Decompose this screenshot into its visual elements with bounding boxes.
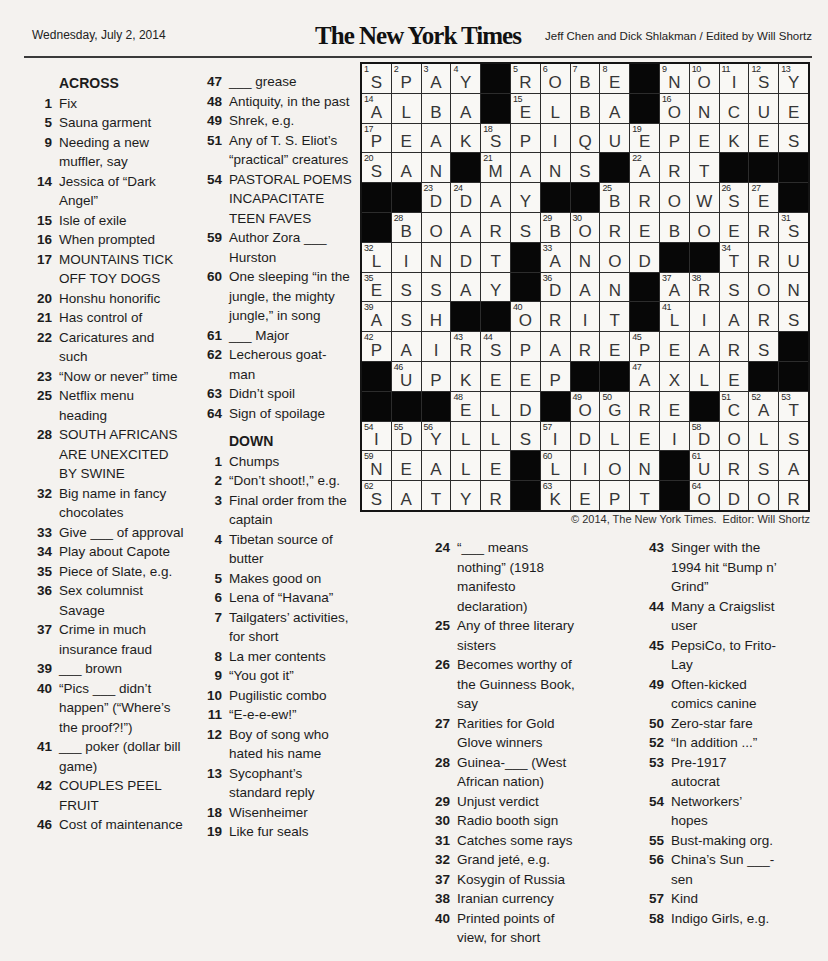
grid-cell[interactable]: E <box>481 362 510 391</box>
grid-cell[interactable]: P <box>541 362 570 391</box>
grid-cell[interactable]: K <box>451 362 480 391</box>
grid-cell[interactable]: E <box>481 451 510 480</box>
clue-number: 53 <box>640 753 671 773</box>
grid-cell[interactable]: B <box>660 213 689 242</box>
clue-text: “Now or never” time <box>59 367 184 387</box>
grid-cell[interactable]: 20S <box>362 153 391 182</box>
grid-cell[interactable]: S <box>779 302 808 331</box>
grid-cell[interactable]: N <box>779 273 808 302</box>
grid-cell[interactable]: B <box>422 94 451 123</box>
grid-cell[interactable]: 34T <box>720 243 749 272</box>
grid-cell[interactable]: T <box>481 243 510 272</box>
grid-cell[interactable]: N <box>422 153 451 182</box>
clue-down-52: 52“In addition ...” <box>640 733 779 753</box>
grid-cell[interactable]: 26S <box>720 183 749 212</box>
page-header: Wednesday, July 2, 2014 The New York Tim… <box>24 0 812 58</box>
cell-letter: R <box>630 192 659 211</box>
grid-cell[interactable]: 53T <box>779 392 808 421</box>
clue-down-58: 58Indigo Girls, e.g. <box>640 909 779 929</box>
cell-letter: T <box>481 252 510 271</box>
grid-cell[interactable]: L <box>690 362 719 391</box>
clue-down-2: 2“Don’t shoot!,” e.g. <box>198 471 352 491</box>
grid-cell[interactable]: W <box>690 183 719 212</box>
clue-number: 16 <box>28 230 59 250</box>
grid-cell[interactable]: 12S <box>749 64 778 93</box>
grid-cell[interactable]: 39A <box>362 302 391 331</box>
grid-cell[interactable]: D <box>571 422 600 451</box>
cell-letter: D <box>541 281 570 300</box>
cell-letter: U <box>779 252 808 271</box>
clue-across-32: 32Big name in fancy chocolates <box>28 484 184 523</box>
clue-text: “You got it” <box>229 666 352 686</box>
grid-cell[interactable]: 10O <box>690 64 719 93</box>
grid-cell[interactable]: N <box>690 94 719 123</box>
clue-number: 60 <box>198 267 229 287</box>
grid-cell[interactable]: R <box>600 213 629 242</box>
grid-cell[interactable]: D <box>630 243 659 272</box>
grid-cell[interactable]: E <box>392 451 421 480</box>
clue-text: Singer with the 1994 hit “Bump n’ Grind” <box>671 538 779 597</box>
cell-letter: Y <box>481 281 510 300</box>
cell-letter: I <box>541 430 570 449</box>
cell-letter: D <box>392 430 421 449</box>
grid-cell[interactable]: A <box>571 273 600 302</box>
clue-number: 31 <box>426 831 457 851</box>
grid-cell[interactable]: 54I <box>362 422 391 451</box>
grid-cell[interactable]: R <box>571 332 600 361</box>
grid-cell[interactable]: 45P <box>630 332 659 361</box>
cell-letter: E <box>630 222 659 241</box>
grid-cell[interactable]: 52A <box>749 392 778 421</box>
grid-cell[interactable]: E <box>511 362 540 391</box>
grid-cell[interactable]: L <box>392 94 421 123</box>
cell-letter: N <box>422 252 451 271</box>
grid-cell[interactable]: 3A <box>422 64 451 93</box>
grid-cell[interactable]: 19E <box>630 124 659 153</box>
cell-letter: P <box>362 132 391 151</box>
grid-cell[interactable]: B <box>571 94 600 123</box>
grid-cell[interactable]: N <box>571 243 600 272</box>
clue-text: Tailgaters’ activities, for short <box>229 608 352 647</box>
grid-cell[interactable]: E <box>600 332 629 361</box>
clue-number: 10 <box>198 686 229 706</box>
clue-across-20: 20Honshu honorific <box>28 289 184 309</box>
clue-number: 21 <box>28 308 59 328</box>
grid-cell[interactable]: 29B <box>541 213 570 242</box>
grid-cell[interactable]: S <box>392 273 421 302</box>
grid-cell[interactable]: E <box>660 392 689 421</box>
clue-across-61: 61___ Major <box>198 326 352 346</box>
grid-cell[interactable]: 56Y <box>422 422 451 451</box>
grid-cell[interactable]: E <box>630 213 659 242</box>
grid-cell[interactable]: 23D <box>422 183 451 212</box>
grid-cell[interactable]: I <box>541 124 570 153</box>
grid-cell[interactable]: A <box>541 332 570 361</box>
grid-cell[interactable]: N <box>541 153 570 182</box>
grid-cell[interactable]: 30O <box>571 213 600 242</box>
clue-down-3: 3Final order from the captain <box>198 491 352 530</box>
grid-cell[interactable]: 7B <box>571 64 600 93</box>
clue-text: Final order from the captain <box>229 491 352 530</box>
grid-cell[interactable]: P <box>511 124 540 153</box>
grid-cell[interactable]: E <box>392 124 421 153</box>
grid-cell[interactable]: S <box>511 422 540 451</box>
grid-cell[interactable]: A <box>720 302 749 331</box>
grid-cell[interactable]: 61U <box>690 451 719 480</box>
clue-down-6: 6Lena of “Havana” <box>198 588 352 608</box>
clue-number: 61 <box>198 326 229 346</box>
cell-letter: A <box>451 281 480 300</box>
grid-cell[interactable]: 31S <box>779 213 808 242</box>
clue-number: 18 <box>198 803 229 823</box>
cell-letter: D <box>422 192 451 211</box>
cell-letter: S <box>392 311 421 330</box>
grid-cell[interactable]: S <box>779 422 808 451</box>
grid-cell[interactable]: D <box>511 392 540 421</box>
cell-letter: E <box>630 132 659 151</box>
grid-cell[interactable]: C <box>720 94 749 123</box>
black-cell <box>511 243 540 272</box>
grid-cell[interactable]: S <box>511 213 540 242</box>
grid-cell[interactable]: Y <box>451 481 480 510</box>
grid-cell[interactable]: R <box>720 451 749 480</box>
cell-letter: A <box>630 371 659 390</box>
cell-letter: A <box>362 103 391 122</box>
grid-cell[interactable]: 8E <box>600 64 629 93</box>
cell-letter: P <box>422 371 451 390</box>
black-cell <box>362 392 391 421</box>
grid-cell[interactable]: 4Y <box>451 64 480 93</box>
grid-cell[interactable]: A <box>422 451 451 480</box>
grid-cell[interactable]: O <box>660 183 689 212</box>
black-cell <box>660 481 689 510</box>
clue-number: 2 <box>198 471 229 491</box>
cell-letter: B <box>600 192 629 211</box>
grid-cell[interactable]: I <box>690 302 719 331</box>
cell-letter: A <box>481 192 510 211</box>
grid-cell[interactable]: T <box>630 481 659 510</box>
clue-down-5: 5Makes good on <box>198 569 352 589</box>
clue-number: 40 <box>28 679 59 699</box>
grid-cell[interactable]: L <box>481 392 510 421</box>
grid-cell[interactable]: 21M <box>481 153 510 182</box>
clue-number: 42 <box>28 776 59 796</box>
grid-cell[interactable]: 41L <box>660 302 689 331</box>
black-cell <box>422 392 451 421</box>
grid-cell[interactable]: A <box>392 153 421 182</box>
grid-cell[interactable]: 46U <box>392 362 421 391</box>
grid-cell[interactable]: 50G <box>600 392 629 421</box>
grid-cell[interactable]: L <box>481 422 510 451</box>
grid-cell[interactable]: 6O <box>541 64 570 93</box>
grid-cell[interactable]: I <box>422 332 451 361</box>
grid-cell[interactable]: K <box>451 124 480 153</box>
grid-cell[interactable]: 47A <box>630 362 659 391</box>
grid-cell[interactable]: 1S <box>362 64 391 93</box>
grid-cell[interactable]: 24D <box>451 183 480 212</box>
cell-letter: A <box>392 162 421 181</box>
grid-cell[interactable]: S <box>392 302 421 331</box>
grid-cell[interactable]: L <box>451 422 480 451</box>
grid-cell[interactable]: R <box>720 332 749 361</box>
grid-cell[interactable]: E <box>720 362 749 391</box>
clue-text: SOUTH AFRICANS ARE UNEXCITED BY SWINE <box>59 425 184 484</box>
clue-down-37: 37Kosygin of Russia <box>426 870 579 890</box>
grid-cell[interactable]: 36D <box>541 273 570 302</box>
black-cell <box>451 153 480 182</box>
grid-cell[interactable]: 58D <box>690 422 719 451</box>
grid-cell[interactable]: R <box>660 153 689 182</box>
grid-cell[interactable]: L <box>451 451 480 480</box>
grid-cell[interactable]: 35E <box>362 273 391 302</box>
grid-cell[interactable]: N <box>600 273 629 302</box>
grid-cell[interactable]: R <box>749 302 778 331</box>
grid-cell[interactable]: I <box>660 422 689 451</box>
grid-cell[interactable]: 28B <box>392 213 421 242</box>
grid-cell[interactable]: 64O <box>690 481 719 510</box>
grid-cell[interactable]: 48E <box>451 392 480 421</box>
grid-cell[interactable]: 9N <box>660 64 689 93</box>
grid-cell[interactable]: 40O <box>511 302 540 331</box>
grid-cell[interactable]: U <box>600 124 629 153</box>
grid-cell[interactable]: E <box>660 332 689 361</box>
cell-letter: M <box>481 162 510 181</box>
grid-cell[interactable]: A <box>451 213 480 242</box>
grid-cell[interactable]: A <box>481 183 510 212</box>
grid-cell[interactable]: 59N <box>362 451 391 480</box>
clue-down-24: 24“___ means nothing” (1918 manifesto de… <box>426 538 579 616</box>
clue-down-12: 12Boy of song who hated his name <box>198 725 352 764</box>
clue-down-11: 11“E-e-e-ew!” <box>198 705 352 725</box>
grid-cell[interactable]: A <box>511 153 540 182</box>
grid-cell[interactable]: Y <box>511 183 540 212</box>
cell-letter: L <box>481 430 510 449</box>
clue-text: Give ___ of approval <box>59 523 184 543</box>
clue-text: ___ brown <box>59 659 184 679</box>
clue-across-51: 51Any of T. S. Eliot’s “practical” creat… <box>198 131 352 170</box>
clue-number: 28 <box>426 753 457 773</box>
grid-cell[interactable]: T <box>422 481 451 510</box>
grid-cell[interactable]: A <box>451 94 480 123</box>
cell-letter: L <box>481 401 510 420</box>
clue-across-46: 46Cost of maintenance <box>28 815 184 835</box>
grid-cell[interactable]: S <box>571 153 600 182</box>
black-cell <box>779 183 808 212</box>
grid-cell[interactable]: 16O <box>660 94 689 123</box>
grid-cell[interactable]: A <box>451 273 480 302</box>
grid-cell[interactable]: X <box>660 362 689 391</box>
grid-cell[interactable]: O <box>600 451 629 480</box>
grid-cell[interactable]: P <box>422 362 451 391</box>
clue-number: 48 <box>198 92 229 112</box>
clue-text: Play about Capote <box>59 542 184 562</box>
grid-cell[interactable]: 13Y <box>779 64 808 93</box>
grid-cell[interactable]: E <box>630 422 659 451</box>
grid-cell[interactable]: A <box>392 481 421 510</box>
clue-text: Any of three literary sisters <box>457 616 579 655</box>
black-cell <box>362 183 391 212</box>
grid-cell[interactable]: O <box>749 273 778 302</box>
grid-cell[interactable]: 63K <box>541 481 570 510</box>
clue-text: Lena of “Havana” <box>229 588 352 608</box>
grid-cell[interactable]: 38R <box>690 273 719 302</box>
grid-cell[interactable]: P <box>600 481 629 510</box>
grid-cell[interactable]: K <box>720 124 749 153</box>
grid-cell[interactable]: 37A <box>660 273 689 302</box>
grid-cell[interactable]: P <box>660 124 689 153</box>
grid-cell[interactable]: A <box>779 451 808 480</box>
grid-cell[interactable]: E <box>749 124 778 153</box>
cell-letter: P <box>600 490 629 509</box>
grid-cell[interactable]: O <box>422 213 451 242</box>
grid-cell[interactable]: 5R <box>511 64 540 93</box>
cell-letter: A <box>600 103 629 122</box>
grid-cell[interactable]: A <box>422 124 451 153</box>
cell-letter: T <box>779 401 808 420</box>
black-cell <box>541 183 570 212</box>
grid-cell[interactable]: S <box>779 124 808 153</box>
grid-cell[interactable]: R <box>630 183 659 212</box>
grid-cell[interactable]: L <box>749 422 778 451</box>
cell-letter: A <box>392 490 421 509</box>
cell-letter: U <box>600 132 629 151</box>
grid-cell[interactable]: O <box>690 213 719 242</box>
grid-cell[interactable]: Q <box>571 124 600 153</box>
grid-cell[interactable]: 51C <box>720 392 749 421</box>
clue-number: 37 <box>426 870 457 890</box>
cell-letter: I <box>422 341 451 360</box>
grid-cell[interactable]: N <box>630 451 659 480</box>
grid-cell[interactable]: A <box>600 94 629 123</box>
clue-text: Kosygin of Russia <box>457 870 579 890</box>
grid-cell[interactable]: H <box>422 302 451 331</box>
grid-cell[interactable]: 57I <box>541 422 570 451</box>
cell-letter: S <box>422 281 451 300</box>
grid-cell[interactable]: L <box>541 94 570 123</box>
grid-cell[interactable]: I <box>571 451 600 480</box>
cell-letter: O <box>571 401 600 420</box>
clue-down-13: 13Sycophant’s standard reply <box>198 764 352 803</box>
grid-cell[interactable]: 17P <box>362 124 391 153</box>
grid-cell[interactable]: 42P <box>362 332 391 361</box>
clue-column-down-1: 24“___ means nothing” (1918 manifesto de… <box>426 538 579 948</box>
clue-down-25: 25Any of three literary sisters <box>426 616 579 655</box>
grid-cell[interactable]: S <box>422 273 451 302</box>
cell-letter: S <box>749 341 778 360</box>
cell-letter: R <box>720 341 749 360</box>
grid-cell[interactable]: R <box>749 243 778 272</box>
grid-cell[interactable]: 43R <box>451 332 480 361</box>
grid-cell[interactable]: E <box>690 124 719 153</box>
grid-cell[interactable]: I <box>571 302 600 331</box>
grid-cell[interactable]: O <box>600 243 629 272</box>
clue-across-17: 17MOUNTAINS TICK OFF TOY DOGS <box>28 250 184 289</box>
clue-number: 54 <box>198 170 229 190</box>
grid-cell[interactable]: U <box>749 94 778 123</box>
grid-cell[interactable]: R <box>541 302 570 331</box>
clue-across-15: 15Isle of exile <box>28 211 184 231</box>
clue-number: 5 <box>198 569 229 589</box>
cell-letter: S <box>362 73 391 92</box>
grid-cell[interactable]: D <box>451 243 480 272</box>
cell-letter: E <box>392 132 421 151</box>
grid-cell[interactable]: O <box>749 481 778 510</box>
clue-number: 27 <box>426 714 457 734</box>
grid-cell[interactable]: 25B <box>600 183 629 212</box>
clue-text: Iranian currency <box>457 889 579 909</box>
grid-cell[interactable]: T <box>600 302 629 331</box>
grid-cell[interactable]: E <box>779 94 808 123</box>
grid-cell[interactable]: 44S <box>481 332 510 361</box>
cell-letter: I <box>720 73 749 92</box>
grid-cell[interactable]: 60L <box>541 451 570 480</box>
cell-letter: P <box>362 341 391 360</box>
grid-cell[interactable]: 2P <box>392 64 421 93</box>
grid-cell[interactable]: S <box>749 332 778 361</box>
cell-letter: R <box>630 401 659 420</box>
grid-cell[interactable]: 11I <box>720 64 749 93</box>
grid-cell[interactable]: U <box>779 243 808 272</box>
clue-across-14: 14Jessica of “Dark Angel” <box>28 172 184 211</box>
clue-number: 62 <box>198 345 229 365</box>
grid-cell[interactable]: R <box>481 213 510 242</box>
grid-cell[interactable]: Y <box>481 273 510 302</box>
clue-text: Pre-1917 autocrat <box>671 753 779 792</box>
cell-letter: P <box>511 132 540 151</box>
cell-letter: I <box>571 460 600 479</box>
grid-cell[interactable]: T <box>690 153 719 182</box>
grid-cell[interactable]: N <box>422 243 451 272</box>
grid-cell[interactable]: E <box>571 481 600 510</box>
grid-cell[interactable]: D <box>720 481 749 510</box>
clue-down-28: 28Guinea-___ (West African nation) <box>426 753 579 792</box>
grid-cell[interactable]: A <box>690 332 719 361</box>
grid-cell[interactable]: 18S <box>481 124 510 153</box>
grid-cell[interactable]: E <box>720 213 749 242</box>
grid-cell[interactable]: O <box>720 422 749 451</box>
grid-cell[interactable]: S <box>749 451 778 480</box>
black-cell <box>779 362 808 391</box>
clue-down-40: 40Printed points of view, for short <box>426 909 579 948</box>
grid-cell[interactable]: R <box>630 392 659 421</box>
grid-cell[interactable]: 33A <box>541 243 570 272</box>
grid-cell[interactable]: S <box>720 273 749 302</box>
grid-cell[interactable]: 15E <box>511 94 540 123</box>
grid-cell[interactable]: 22A <box>630 153 659 182</box>
clue-down-56: 56China’s Sun ___-sen <box>640 850 779 889</box>
clue-across-60: 60One sleeping “in the jungle, the might… <box>198 267 352 326</box>
grid-cell[interactable]: R <box>749 213 778 242</box>
cell-letter: L <box>362 252 391 271</box>
grid-cell[interactable]: 27E <box>749 183 778 212</box>
grid-cell[interactable]: I <box>392 243 421 272</box>
cell-letter: D <box>690 430 719 449</box>
grid-cell[interactable]: 62S <box>362 481 391 510</box>
grid-cell[interactable]: R <box>779 481 808 510</box>
grid-cell[interactable]: 32L <box>362 243 391 272</box>
grid-cell[interactable]: 14A <box>362 94 391 123</box>
black-cell <box>660 451 689 480</box>
clue-text: Bust-making org. <box>671 831 779 851</box>
grid-cell[interactable]: R <box>481 481 510 510</box>
grid-cell[interactable]: A <box>392 332 421 361</box>
grid-cell[interactable]: P <box>511 332 540 361</box>
grid-cell[interactable]: 49O <box>571 392 600 421</box>
clue-text: “Pics ___ didn’t happen” (“Where’s the p… <box>59 679 184 738</box>
cell-letter: D <box>511 401 540 420</box>
grid-cell[interactable]: 55D <box>392 422 421 451</box>
grid-cell[interactable]: L <box>600 422 629 451</box>
